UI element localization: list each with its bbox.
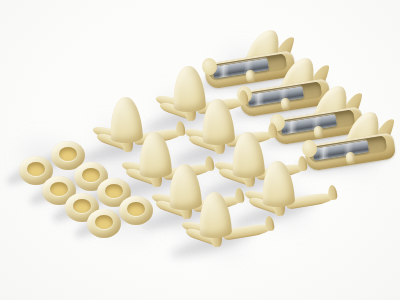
grommet-hole [95, 215, 113, 229]
grommet-hole [127, 202, 145, 216]
grommet-ring [119, 196, 153, 225]
grommet-hole [59, 147, 77, 161]
grommet-hole [27, 162, 45, 176]
coupling-tail-tip [327, 185, 338, 201]
grommet-ring [87, 209, 121, 238]
coupling-back-view [181, 192, 281, 258]
product-photo [0, 0, 400, 300]
coupling-fin [198, 191, 232, 239]
coupling-tail-tip [264, 216, 275, 232]
